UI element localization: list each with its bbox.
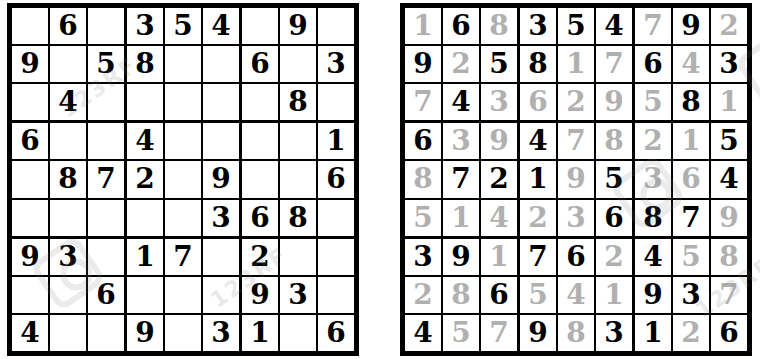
puzzle-cell-r2c8 — [280, 46, 316, 82]
solution-cell-r9c2: 5 — [443, 315, 479, 351]
puzzle-cell-r2c6 — [203, 46, 239, 82]
solution-cell-r2c6: 7 — [596, 46, 632, 82]
puzzle-cell-r2c3: 5 — [88, 46, 124, 82]
puzzle-block-9: 29316 — [242, 239, 354, 351]
puzzle-cell-r8c6 — [203, 277, 239, 313]
puzzle-cell-r2c2 — [50, 46, 86, 82]
puzzle-cell-r1c9 — [318, 8, 354, 44]
puzzle-cell-r9c1: 4 — [12, 315, 48, 351]
puzzle-cell-r5c2: 8 — [50, 161, 86, 197]
puzzle-cell-r8c5 — [165, 277, 201, 313]
solution-cell-r7c8: 5 — [673, 239, 709, 275]
solution-cell-r8c7: 9 — [635, 277, 671, 313]
solution-cell-r3c9: 1 — [711, 84, 747, 120]
puzzle-cell-r9c3 — [88, 315, 124, 351]
puzzle-cell-r7c5: 7 — [165, 239, 201, 275]
puzzle-block-5: 4293 — [127, 123, 239, 235]
puzzle-cell-r9c4: 9 — [127, 315, 163, 351]
puzzle-cell-r8c2 — [50, 277, 86, 313]
puzzle-cell-r3c4 — [127, 84, 163, 120]
solution-block-7: 391286457 — [405, 239, 517, 351]
solution-cell-r7c5: 6 — [558, 239, 594, 275]
solution-cell-r3c3: 3 — [481, 84, 517, 120]
solution-cell-r3c8: 8 — [673, 84, 709, 120]
solution-cell-r7c1: 3 — [405, 239, 441, 275]
puzzle-cell-r6c2 — [50, 200, 86, 236]
solution-block-1: 168925743 — [405, 8, 517, 120]
solution-cell-r9c1: 4 — [405, 315, 441, 351]
solution-cell-r6c8: 7 — [673, 200, 709, 236]
puzzle-cell-r2c7: 6 — [242, 46, 278, 82]
solution-cell-r4c8: 1 — [673, 123, 709, 159]
puzzle-cell-r2c4: 8 — [127, 46, 163, 82]
solution-cell-r3c1: 7 — [405, 84, 441, 120]
solution-cell-r5c7: 3 — [635, 161, 671, 197]
solution-cell-r4c5: 7 — [558, 123, 594, 159]
puzzle-cell-r5c1 — [12, 161, 48, 197]
solution-cell-r1c6: 4 — [596, 8, 632, 44]
puzzle-cell-r4c8 — [280, 123, 316, 159]
puzzle-cell-r9c6: 3 — [203, 315, 239, 351]
solution-cell-r4c1: 6 — [405, 123, 441, 159]
solution-cell-r6c2: 1 — [443, 200, 479, 236]
solution-cell-r6c9: 9 — [711, 200, 747, 236]
puzzle-cell-r5c8 — [280, 161, 316, 197]
solution-block-9: 458937126 — [635, 239, 747, 351]
puzzle-cell-r3c6 — [203, 84, 239, 120]
solution-cell-r9c9: 6 — [711, 315, 747, 351]
puzzle-cell-r8c1 — [12, 277, 48, 313]
solution-cell-r2c7: 6 — [635, 46, 671, 82]
solution-block-4: 639872514 — [405, 123, 517, 235]
solution-cell-r4c7: 2 — [635, 123, 671, 159]
puzzle-cell-r1c4: 3 — [127, 8, 163, 44]
solution-cell-r4c6: 8 — [596, 123, 632, 159]
solution-cell-r2c8: 4 — [673, 46, 709, 82]
solution-cell-r9c3: 7 — [481, 315, 517, 351]
solution-cell-r8c8: 3 — [673, 277, 709, 313]
puzzle-cell-r5c4: 2 — [127, 161, 163, 197]
puzzle-cell-r7c7: 2 — [242, 239, 278, 275]
puzzle-cell-r7c3 — [88, 239, 124, 275]
puzzle-board: 695435489638687429316689364179329316 — [7, 3, 359, 356]
puzzle-block-7: 9364 — [12, 239, 124, 351]
puzzle-cell-r9c8 — [280, 315, 316, 351]
puzzle-cell-r1c6: 4 — [203, 8, 239, 44]
puzzle-cell-r7c6 — [203, 239, 239, 275]
solution-cell-r5c6: 5 — [596, 161, 632, 197]
puzzle-cell-r5c7 — [242, 161, 278, 197]
puzzle-block-4: 687 — [12, 123, 124, 235]
puzzle-cell-r1c7 — [242, 8, 278, 44]
solution-block-8: 762541983 — [520, 239, 632, 351]
puzzle-cell-r3c1 — [12, 84, 48, 120]
puzzle-cell-r7c8 — [280, 239, 316, 275]
puzzle-cell-r7c2: 3 — [50, 239, 86, 275]
solution-cell-r6c1: 5 — [405, 200, 441, 236]
puzzle-cell-r2c1: 9 — [12, 46, 48, 82]
solution-cell-r7c9: 8 — [711, 239, 747, 275]
solution-cell-r5c2: 7 — [443, 161, 479, 197]
puzzle-cell-r6c3 — [88, 200, 124, 236]
solution-cell-r1c4: 3 — [520, 8, 556, 44]
solution-cell-r6c7: 8 — [635, 200, 671, 236]
sudoku-diagram: 695435489638687429316689364179329316 168… — [0, 0, 760, 359]
solution-cell-r9c7: 1 — [635, 315, 671, 351]
puzzle-cell-r5c5 — [165, 161, 201, 197]
solution-cell-r1c7: 7 — [635, 8, 671, 44]
puzzle-cell-r2c5 — [165, 46, 201, 82]
solution-block-5: 478195236 — [520, 123, 632, 235]
puzzle-block-2: 3548 — [127, 8, 239, 120]
solution-cell-r4c4: 4 — [520, 123, 556, 159]
puzzle-cell-r8c8: 3 — [280, 277, 316, 313]
solution-cell-r8c1: 2 — [405, 277, 441, 313]
puzzle-cell-r4c3 — [88, 123, 124, 159]
puzzle-cell-r9c9: 6 — [318, 315, 354, 351]
puzzle-cell-r4c9: 1 — [318, 123, 354, 159]
puzzle-cell-r6c7: 6 — [242, 200, 278, 236]
puzzle-cell-r4c7 — [242, 123, 278, 159]
puzzle-cell-r9c2 — [50, 315, 86, 351]
puzzle-cell-r7c1: 9 — [12, 239, 48, 275]
solution-cell-r5c1: 8 — [405, 161, 441, 197]
solution-cell-r8c3: 6 — [481, 277, 517, 313]
puzzle-cell-r4c2 — [50, 123, 86, 159]
puzzle-cell-r6c4 — [127, 200, 163, 236]
solution-cell-r3c2: 4 — [443, 84, 479, 120]
solution-cell-r1c1: 1 — [405, 8, 441, 44]
puzzle-cell-r4c1: 6 — [12, 123, 48, 159]
puzzle-cell-r2c9: 3 — [318, 46, 354, 82]
solution-cell-r5c3: 2 — [481, 161, 517, 197]
puzzle-block-6: 1668 — [242, 123, 354, 235]
solution-cell-r2c1: 9 — [405, 46, 441, 82]
solution-cell-r5c8: 6 — [673, 161, 709, 197]
solution-cell-r4c3: 9 — [481, 123, 517, 159]
puzzle-cell-r5c3: 7 — [88, 161, 124, 197]
solution-cell-r6c6: 6 — [596, 200, 632, 236]
solution-cell-r8c6: 1 — [596, 277, 632, 313]
puzzle-cell-r1c5: 5 — [165, 8, 201, 44]
puzzle-cell-r5c9: 6 — [318, 161, 354, 197]
solution-cell-r1c5: 5 — [558, 8, 594, 44]
puzzle-cell-r1c1 — [12, 8, 48, 44]
solution-cell-r1c2: 6 — [443, 8, 479, 44]
puzzle-cell-r8c7: 9 — [242, 277, 278, 313]
solution-cell-r6c3: 4 — [481, 200, 517, 236]
puzzle-cell-r4c5 — [165, 123, 201, 159]
puzzle-cell-r6c8: 8 — [280, 200, 316, 236]
solution-cell-r7c4: 7 — [520, 239, 556, 275]
solution-block-6: 215364879 — [635, 123, 747, 235]
puzzle-cell-r6c5 — [165, 200, 201, 236]
puzzle-cell-r1c2: 6 — [50, 8, 86, 44]
solution-cell-r7c2: 9 — [443, 239, 479, 275]
puzzle-cell-r7c4: 1 — [127, 239, 163, 275]
solution-cell-r6c5: 3 — [558, 200, 594, 236]
solution-cell-r3c4: 6 — [520, 84, 556, 120]
solution-cell-r7c6: 2 — [596, 239, 632, 275]
puzzle-cell-r3c7 — [242, 84, 278, 120]
solution-cell-r2c5: 1 — [558, 46, 594, 82]
solution-cell-r3c6: 9 — [596, 84, 632, 120]
solution-cell-r2c2: 2 — [443, 46, 479, 82]
puzzle-cell-r9c5 — [165, 315, 201, 351]
solution-cell-r2c3: 5 — [481, 46, 517, 82]
puzzle-cell-r1c3 — [88, 8, 124, 44]
solution-cell-r6c4: 2 — [520, 200, 556, 236]
puzzle-cell-r4c4: 4 — [127, 123, 163, 159]
puzzle-cell-r6c9 — [318, 200, 354, 236]
solution-cell-r3c7: 5 — [635, 84, 671, 120]
solution-cell-r9c8: 2 — [673, 315, 709, 351]
puzzle-cell-r8c3: 6 — [88, 277, 124, 313]
solution-cell-r4c2: 3 — [443, 123, 479, 159]
solution-cell-r1c3: 8 — [481, 8, 517, 44]
puzzle-cell-r3c3 — [88, 84, 124, 120]
puzzle-cell-r3c8: 8 — [280, 84, 316, 120]
puzzle-block-8: 1793 — [127, 239, 239, 351]
solution-cell-r9c5: 8 — [558, 315, 594, 351]
puzzle-cell-r8c4 — [127, 277, 163, 313]
solution-cell-r9c6: 3 — [596, 315, 632, 351]
solution-block-2: 354817629 — [520, 8, 632, 120]
solution-cell-r1c9: 2 — [711, 8, 747, 44]
puzzle-cell-r4c6 — [203, 123, 239, 159]
puzzle-cell-r3c9 — [318, 84, 354, 120]
solution-cell-r5c9: 4 — [711, 161, 747, 197]
solution-cell-r8c5: 4 — [558, 277, 594, 313]
puzzle-cell-r7c9 — [318, 239, 354, 275]
puzzle-cell-r3c5 — [165, 84, 201, 120]
solution-cell-r5c5: 9 — [558, 161, 594, 197]
solution-cell-r5c4: 1 — [520, 161, 556, 197]
solution-cell-r2c4: 8 — [520, 46, 556, 82]
solution-cell-r7c3: 1 — [481, 239, 517, 275]
puzzle-cell-r1c8: 9 — [280, 8, 316, 44]
puzzle-cell-r6c1 — [12, 200, 48, 236]
solution-cell-r7c7: 4 — [635, 239, 671, 275]
puzzle-cell-r6c6: 3 — [203, 200, 239, 236]
solution-cell-r8c4: 5 — [520, 277, 556, 313]
solution-cell-r8c9: 7 — [711, 277, 747, 313]
solution-cell-r4c9: 5 — [711, 123, 747, 159]
solution-cell-r2c9: 3 — [711, 46, 747, 82]
solution-cell-r9c4: 9 — [520, 315, 556, 351]
solution-cell-r8c2: 8 — [443, 277, 479, 313]
puzzle-cell-r9c7: 1 — [242, 315, 278, 351]
puzzle-block-3: 9638 — [242, 8, 354, 120]
solution-cell-r1c8: 9 — [673, 8, 709, 44]
solution-board: 1689257433548176297926435816398725144781… — [400, 3, 752, 356]
solution-block-3: 792643581 — [635, 8, 747, 120]
solution-cell-r3c5: 2 — [558, 84, 594, 120]
puzzle-cell-r8c9 — [318, 277, 354, 313]
puzzle-cell-r3c2: 4 — [50, 84, 86, 120]
puzzle-cell-r5c6: 9 — [203, 161, 239, 197]
puzzle-block-1: 6954 — [12, 8, 124, 120]
